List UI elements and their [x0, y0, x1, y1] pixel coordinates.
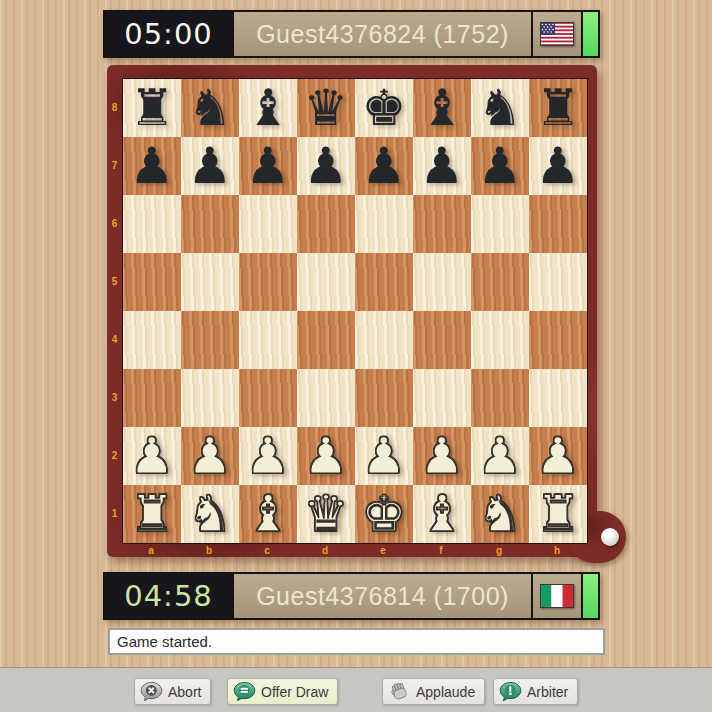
piece-black-pawn[interactable]: ♟	[536, 137, 581, 195]
square-e1[interactable]: ♚	[355, 485, 413, 543]
offer-draw-bubble-equals-icon	[233, 681, 256, 702]
piece-black-queen[interactable]: ♛	[304, 79, 349, 137]
file-label-g: g	[470, 543, 528, 557]
square-g5[interactable]	[471, 253, 529, 311]
square-b5[interactable]	[181, 253, 239, 311]
square-b7[interactable]: ♟	[181, 137, 239, 195]
top-player-flag-cell	[531, 12, 581, 56]
piece-white-rook[interactable]: ♜	[536, 485, 581, 543]
square-g7[interactable]: ♟	[471, 137, 529, 195]
square-f5[interactable]	[413, 253, 471, 311]
square-h5[interactable]	[529, 253, 587, 311]
rank-label-8: 8	[107, 78, 122, 136]
piece-white-pawn[interactable]: ♟	[420, 427, 465, 485]
square-g4[interactable]	[471, 311, 529, 369]
action-button-strip: Abort Offer Draw	[0, 667, 712, 712]
file-label-e: e	[354, 543, 412, 557]
piece-white-pawn[interactable]: ♟	[304, 427, 349, 485]
square-e6[interactable]	[355, 195, 413, 253]
square-e7[interactable]: ♟	[355, 137, 413, 195]
piece-black-bishop[interactable]: ♝	[420, 79, 465, 137]
italy-flag-icon	[540, 584, 574, 608]
square-c7[interactable]: ♟	[239, 137, 297, 195]
square-g8[interactable]: ♞	[471, 79, 529, 137]
square-e3[interactable]	[355, 369, 413, 427]
square-e5[interactable]	[355, 253, 413, 311]
arbiter-bubble-exclamation-icon	[499, 681, 522, 702]
square-d7[interactable]: ♟	[297, 137, 355, 195]
piece-white-pawn[interactable]: ♟	[246, 427, 291, 485]
square-f8[interactable]: ♝	[413, 79, 471, 137]
applaude-hand-icon	[388, 681, 411, 702]
piece-white-pawn[interactable]: ♟	[188, 427, 233, 485]
abort-button-label: Abort	[168, 684, 201, 700]
rank-label-5: 5	[107, 252, 122, 310]
file-label-c: c	[238, 543, 296, 557]
piece-black-king[interactable]: ♚	[362, 79, 407, 137]
square-c5[interactable]	[239, 253, 297, 311]
square-f4[interactable]	[413, 311, 471, 369]
square-a3[interactable]	[123, 369, 181, 427]
chess-app: 05:00 Guest4376824 (1752)	[0, 0, 712, 712]
square-a7[interactable]: ♟	[123, 137, 181, 195]
square-a6[interactable]	[123, 195, 181, 253]
top-player-name: Guest4376824 (1752)	[234, 12, 531, 56]
top-player-clock: 05:00	[105, 12, 234, 56]
square-h7[interactable]: ♟	[529, 137, 587, 195]
status-message-box: Game started.	[108, 628, 605, 655]
board-squares: ♜♞♝♛♚♝♞♜♟♟♟♟♟♟♟♟♟♟♟♟♟♟♟♟♜♞♝♛♚♝♞♜	[122, 78, 588, 544]
bottom-player-flag-cell	[531, 574, 581, 618]
square-a2[interactable]: ♟	[123, 427, 181, 485]
square-f7[interactable]: ♟	[413, 137, 471, 195]
square-a8[interactable]: ♜	[123, 79, 181, 137]
square-b6[interactable]	[181, 195, 239, 253]
piece-white-rook[interactable]: ♜	[130, 485, 175, 543]
abort-button[interactable]: Abort	[134, 678, 211, 705]
rank-coordinates: 87654321	[107, 78, 122, 542]
square-b4[interactable]	[181, 311, 239, 369]
rank-label-7: 7	[107, 136, 122, 194]
piece-black-knight[interactable]: ♞	[188, 79, 233, 137]
piece-white-bishop[interactable]: ♝	[246, 485, 291, 543]
file-label-a: a	[122, 543, 180, 557]
square-d5[interactable]	[297, 253, 355, 311]
square-d6[interactable]	[297, 195, 355, 253]
piece-white-pawn[interactable]: ♟	[130, 427, 175, 485]
rank-label-2: 2	[107, 426, 122, 484]
square-c1[interactable]: ♝	[239, 485, 297, 543]
square-b1[interactable]: ♞	[181, 485, 239, 543]
square-c4[interactable]	[239, 311, 297, 369]
file-coordinates: abcdefgh	[122, 543, 586, 557]
piece-black-knight[interactable]: ♞	[478, 79, 523, 137]
square-a5[interactable]	[123, 253, 181, 311]
bottom-player-clock: 04:58	[105, 574, 234, 618]
square-d8[interactable]: ♛	[297, 79, 355, 137]
white-to-move-ball-icon	[601, 528, 619, 546]
square-g2[interactable]: ♟	[471, 427, 529, 485]
bottom-player-connection-indicator	[581, 574, 598, 618]
square-g3[interactable]	[471, 369, 529, 427]
applaude-button[interactable]: Applaude	[382, 678, 485, 705]
square-e8[interactable]: ♚	[355, 79, 413, 137]
square-c8[interactable]: ♝	[239, 79, 297, 137]
piece-black-rook[interactable]: ♜	[130, 79, 175, 137]
square-b2[interactable]: ♟	[181, 427, 239, 485]
status-message-text: Game started.	[117, 633, 212, 650]
piece-black-pawn[interactable]: ♟	[304, 137, 349, 195]
square-c3[interactable]	[239, 369, 297, 427]
square-d3[interactable]	[297, 369, 355, 427]
bottom-player-bar: 04:58 Guest4376814 (1700)	[103, 572, 600, 620]
square-c6[interactable]	[239, 195, 297, 253]
piece-white-king[interactable]: ♚	[362, 485, 407, 543]
piece-black-pawn[interactable]: ♟	[478, 137, 523, 195]
us-flag-icon	[540, 22, 574, 46]
piece-black-pawn[interactable]: ♟	[188, 137, 233, 195]
rank-label-1: 1	[107, 484, 122, 542]
bottom-player-name: Guest4376814 (1700)	[234, 574, 531, 618]
piece-black-rook[interactable]: ♜	[536, 79, 581, 137]
piece-white-queen[interactable]: ♛	[304, 485, 349, 543]
applaude-button-label: Applaude	[416, 684, 475, 700]
square-f2[interactable]: ♟	[413, 427, 471, 485]
piece-white-knight[interactable]: ♞	[478, 485, 523, 543]
piece-black-pawn[interactable]: ♟	[362, 137, 407, 195]
square-h6[interactable]	[529, 195, 587, 253]
file-label-d: d	[296, 543, 354, 557]
piece-black-pawn[interactable]: ♟	[420, 137, 465, 195]
square-d4[interactable]	[297, 311, 355, 369]
piece-black-bishop[interactable]: ♝	[246, 79, 291, 137]
top-player-bar: 05:00 Guest4376824 (1752)	[103, 10, 600, 58]
offer-draw-button-label: Offer Draw	[261, 684, 328, 700]
piece-white-knight[interactable]: ♞	[188, 485, 233, 543]
square-e2[interactable]: ♟	[355, 427, 413, 485]
chess-board-frame: 87654321 ♜♞♝♛♚♝♞♜♟♟♟♟♟♟♟♟♟♟♟♟♟♟♟♟♜♞♝♛♚♝♞…	[107, 65, 597, 557]
piece-white-pawn[interactable]: ♟	[536, 427, 581, 485]
square-h1[interactable]: ♜	[529, 485, 587, 543]
rank-label-6: 6	[107, 194, 122, 252]
file-label-h: h	[528, 543, 586, 557]
piece-black-pawn[interactable]: ♟	[130, 137, 175, 195]
piece-white-pawn[interactable]: ♟	[478, 427, 523, 485]
piece-black-pawn[interactable]: ♟	[246, 137, 291, 195]
square-d1[interactable]: ♛	[297, 485, 355, 543]
rank-label-3: 3	[107, 368, 122, 426]
square-f6[interactable]	[413, 195, 471, 253]
square-h8[interactable]: ♜	[529, 79, 587, 137]
arbiter-button[interactable]: Arbiter	[493, 678, 578, 705]
file-label-f: f	[412, 543, 470, 557]
square-h3[interactable]	[529, 369, 587, 427]
arbiter-button-label: Arbiter	[527, 684, 568, 700]
square-b3[interactable]	[181, 369, 239, 427]
square-c2[interactable]: ♟	[239, 427, 297, 485]
square-h4[interactable]	[529, 311, 587, 369]
square-a4[interactable]	[123, 311, 181, 369]
square-f3[interactable]	[413, 369, 471, 427]
square-d2[interactable]: ♟	[297, 427, 355, 485]
piece-white-pawn[interactable]: ♟	[362, 427, 407, 485]
square-g6[interactable]	[471, 195, 529, 253]
square-h2[interactable]: ♟	[529, 427, 587, 485]
square-g1[interactable]: ♞	[471, 485, 529, 543]
square-f1[interactable]: ♝	[413, 485, 471, 543]
square-e4[interactable]	[355, 311, 413, 369]
top-player-connection-indicator	[581, 12, 598, 56]
rank-label-4: 4	[107, 310, 122, 368]
square-a1[interactable]: ♜	[123, 485, 181, 543]
offer-draw-button[interactable]: Offer Draw	[227, 678, 338, 705]
file-label-b: b	[180, 543, 238, 557]
piece-white-bishop[interactable]: ♝	[420, 485, 465, 543]
square-b8[interactable]: ♞	[181, 79, 239, 137]
abort-bubble-x-icon	[140, 681, 163, 702]
